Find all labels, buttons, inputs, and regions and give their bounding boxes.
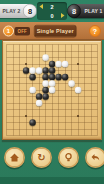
hint-button[interactable] (58, 147, 79, 168)
white-stone (55, 61, 61, 67)
black-stone (42, 67, 48, 73)
mode-label: Single Player (37, 28, 74, 34)
player2-pill: PLAY 2 8 (0, 4, 36, 18)
star-point (25, 63, 27, 65)
white-stone (29, 87, 35, 93)
gomoku-board[interactable] (2, 40, 102, 140)
star-point (77, 115, 79, 117)
black-stone (49, 67, 55, 73)
grid-line-v (98, 45, 99, 136)
black-stone (29, 74, 35, 80)
black-stone (29, 119, 35, 125)
score-row-top: 2 (37, 2, 67, 11)
player1-pill: 8 PLAY 1 (68, 4, 104, 18)
grid-line-v (91, 45, 92, 136)
black-stone (42, 74, 48, 80)
arrow-right-icon (61, 13, 65, 18)
timer-toggle-off[interactable]: OFF (15, 27, 31, 36)
help-icon: ? (93, 27, 97, 35)
white-stone-timer-badge: 8 (23, 4, 37, 18)
hint-icon (63, 152, 74, 163)
timer-toggle-label: OFF (17, 29, 27, 34)
restart-icon: ↻ (37, 153, 45, 163)
grid-line-v (85, 45, 86, 136)
score-top-value: 2 (37, 4, 67, 10)
white-stone-timer-value: 8 (28, 7, 32, 16)
white-stone (29, 67, 35, 73)
black-stone (42, 87, 48, 93)
white-stone (42, 80, 48, 86)
black-stone-timer-value: 8 (72, 7, 76, 16)
mode-button[interactable]: Single Player (34, 25, 77, 37)
score-row-bottom: 0 (37, 11, 67, 20)
black-stone (42, 93, 48, 99)
undo-button[interactable] (85, 147, 104, 168)
player1-label: PLAY 1 (85, 9, 103, 15)
restart-button[interactable]: ↻ (31, 147, 52, 168)
timer-counter-value: 1 (7, 28, 10, 35)
grid-line-h (7, 129, 98, 130)
app-screen: PLAY 2 8 2 0 8 PLAY 1 1 OFF Single Playe… (0, 0, 104, 184)
white-stone (49, 87, 55, 93)
black-stone (62, 74, 68, 80)
black-stone (49, 61, 55, 67)
black-stone (49, 74, 55, 80)
black-stone-timer-badge: 8 (67, 4, 81, 18)
undo-icon (90, 152, 101, 163)
home-button[interactable] (4, 147, 25, 168)
bottom-band (0, 177, 104, 184)
app-viewport: PLAY 2 8 2 0 8 PLAY 1 1 OFF Single Playe… (0, 0, 104, 184)
white-stone (49, 80, 55, 86)
star-point (25, 115, 27, 117)
help-button[interactable]: ? (89, 25, 101, 37)
white-stone (36, 100, 42, 106)
black-stone (55, 74, 61, 80)
grid-line-h (7, 136, 98, 137)
white-stone (75, 87, 81, 93)
white-stone (62, 61, 68, 67)
black-stone (36, 93, 42, 99)
timer-toggle-counter[interactable]: 1 (3, 26, 14, 37)
black-stone (23, 67, 29, 73)
mode-bar: 1 OFF Single Player ? (0, 22, 104, 40)
board-grid[interactable] (7, 45, 98, 136)
white-stone (68, 80, 74, 86)
score-panel: 2 0 (37, 2, 67, 20)
white-stone (36, 67, 42, 73)
player2-label: PLAY 2 (3, 9, 21, 15)
white-stone (42, 54, 48, 60)
toolbar: ↻ (0, 147, 104, 168)
home-icon (9, 152, 20, 163)
star-point (77, 63, 79, 65)
